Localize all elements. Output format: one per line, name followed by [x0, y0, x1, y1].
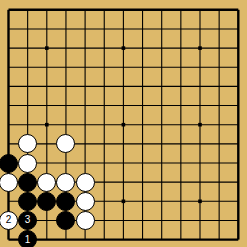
go-stone-white[interactable]	[76, 173, 95, 192]
go-stone-black[interactable]	[56, 211, 75, 230]
go-stone-white[interactable]	[76, 211, 95, 230]
go-board-diagram: 231	[0, 0, 247, 247]
go-stone-white[interactable]	[37, 173, 56, 192]
go-stone-white[interactable]	[56, 173, 75, 192]
go-stone-black-move-1[interactable]: 1	[18, 230, 37, 247]
move-number-label: 1	[25, 235, 31, 245]
go-stone-black[interactable]	[18, 192, 37, 211]
go-stone-white-move-2[interactable]: 2	[0, 211, 18, 230]
move-number-label: 2	[6, 215, 12, 225]
go-stone-white[interactable]	[0, 173, 18, 192]
go-stone-white[interactable]	[76, 192, 95, 211]
go-stone-black-move-3[interactable]: 3	[18, 211, 37, 230]
go-stone-white[interactable]	[18, 154, 37, 173]
stones-layer: 231	[0, 0, 247, 247]
go-stone-black[interactable]	[0, 154, 18, 173]
move-number-label: 3	[25, 215, 31, 225]
go-stone-black[interactable]	[18, 173, 37, 192]
go-stone-white[interactable]	[18, 134, 37, 153]
go-stone-black[interactable]	[37, 192, 56, 211]
go-stone-black[interactable]	[56, 192, 75, 211]
go-stone-white[interactable]	[56, 134, 75, 153]
